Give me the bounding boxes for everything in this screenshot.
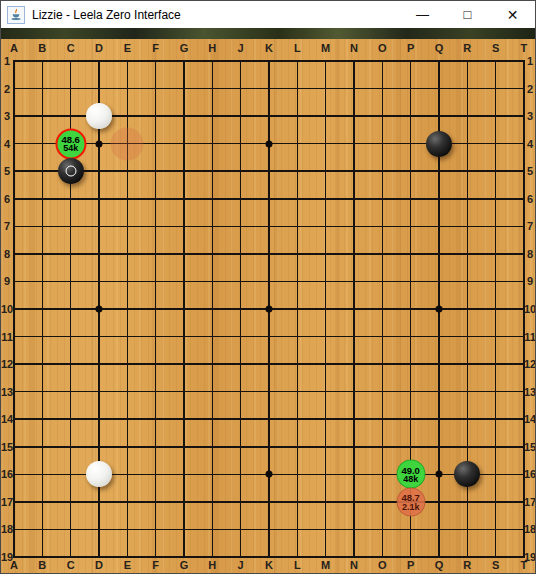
grid-line (495, 60, 497, 558)
coordinate-label: 15 (524, 441, 536, 453)
black-stone (58, 158, 84, 184)
coordinate-label: O (378, 559, 387, 571)
black-stone (454, 461, 480, 487)
java-coffee-cup-icon (7, 6, 25, 24)
coordinate-label: 10 (1, 303, 13, 315)
minimize-button[interactable]: — (400, 1, 445, 28)
coordinate-label: G (180, 559, 189, 571)
coordinate-label: 6 (4, 193, 10, 205)
coordinate-label: 13 (524, 386, 536, 398)
coordinate-label: N (350, 42, 358, 54)
coordinate-label: 7 (4, 220, 10, 232)
suggestion-E4[interactable] (111, 127, 144, 160)
star-point (435, 306, 442, 313)
grid-line (297, 60, 299, 558)
coordinate-label: 1 (527, 55, 533, 67)
suggestion-C4[interactable]: 48.654k (55, 128, 86, 159)
coordinate-label: 2 (527, 83, 533, 95)
coordinate-label: 6 (527, 193, 533, 205)
coordinate-label: 13 (1, 386, 13, 398)
coordinate-label: C (67, 42, 75, 54)
coordinate-label: 17 (1, 496, 13, 508)
window-title: Lizzie - Leela Zero Interface (32, 8, 181, 22)
coordinate-label: S (492, 42, 499, 54)
coordinate-label: 14 (1, 413, 13, 425)
coordinate-label: B (38, 559, 46, 571)
white-stone (86, 461, 112, 487)
coordinate-label: 11 (524, 331, 536, 343)
lizzie-window: Lizzie - Leela Zero Interface — □ ✕ AABB… (0, 0, 536, 574)
coordinate-label: J (238, 559, 244, 571)
suggestion-visits: 2.1k (402, 502, 420, 511)
coordinate-label: 18 (524, 523, 536, 535)
coordinate-label: F (152, 42, 159, 54)
grid-line (13, 336, 524, 338)
go-board[interactable]: AABBCCDDEEFFGGHHJJKKLLMMNNOOPPQQRRSSTT11… (1, 39, 536, 574)
star-point (265, 306, 272, 313)
coordinate-label: E (124, 559, 131, 571)
coordinate-label: Q (435, 559, 444, 571)
grid-line (13, 446, 524, 448)
coordinate-label: 12 (1, 358, 13, 370)
suggestion-visits: 54k (63, 144, 78, 153)
coordinate-label: 11 (1, 331, 13, 343)
coordinate-label: S (492, 559, 499, 571)
coordinate-label: B (38, 42, 46, 54)
suggestion-P17[interactable]: 48.72.1k (396, 487, 425, 516)
grid-line (382, 60, 384, 558)
coordinate-label: 18 (1, 523, 13, 535)
coordinate-label: 4 (4, 138, 10, 150)
coordinate-label: L (294, 559, 301, 571)
grid-line (353, 60, 355, 558)
coordinate-label: 8 (4, 248, 10, 260)
grid-line (13, 501, 524, 503)
star-point (435, 471, 442, 478)
coordinate-label: C (67, 559, 75, 571)
coordinate-label: 7 (527, 220, 533, 232)
close-button[interactable]: ✕ (490, 1, 535, 28)
background-strip (1, 28, 535, 39)
coordinate-label: P (407, 559, 414, 571)
grid-line (325, 60, 327, 558)
grid-line (13, 391, 524, 393)
coordinate-label: M (321, 559, 330, 571)
coordinate-label: L (294, 42, 301, 54)
coordinate-label: 2 (4, 83, 10, 95)
coordinate-label: R (463, 559, 471, 571)
white-stone (86, 103, 112, 129)
suggestion-P16[interactable]: 49.048k (396, 460, 425, 489)
coordinate-label: F (152, 559, 159, 571)
grid-line (13, 556, 524, 558)
coordinate-label: 12 (524, 358, 536, 370)
coordinate-label: M (321, 42, 330, 54)
star-point (265, 140, 272, 147)
maximize-button[interactable]: □ (445, 1, 490, 28)
coordinate-label: 19 (1, 551, 13, 563)
grid-line (13, 529, 524, 531)
coordinate-label: 15 (1, 441, 13, 453)
grid-line (13, 363, 524, 365)
coordinate-label: 14 (524, 413, 536, 425)
coordinate-label: 10 (524, 303, 536, 315)
coordinate-label: H (208, 42, 216, 54)
coordinate-label: 3 (4, 110, 10, 122)
coordinate-label: 16 (1, 468, 13, 480)
coordinate-label: 4 (527, 138, 533, 150)
coordinate-label: T (521, 42, 528, 54)
coordinate-label: G (180, 42, 189, 54)
coordinate-label: 19 (524, 551, 536, 563)
coordinate-label: 5 (4, 165, 10, 177)
coordinate-label: 5 (527, 165, 533, 177)
coordinate-label: 9 (4, 275, 10, 287)
coordinate-label: A (10, 42, 18, 54)
coordinate-label: 17 (524, 496, 536, 508)
coordinate-label: 9 (527, 275, 533, 287)
star-point (95, 306, 102, 313)
grid-line (13, 418, 524, 420)
black-stone (426, 131, 452, 157)
coordinate-label: N (350, 559, 358, 571)
last-move-marker (65, 166, 76, 177)
coordinate-label: 3 (527, 110, 533, 122)
coordinate-label: 8 (527, 248, 533, 260)
suggestion-visits: 48k (403, 475, 418, 484)
coordinate-label: Q (435, 42, 444, 54)
coordinate-label: J (238, 42, 244, 54)
coordinate-label: O (378, 42, 387, 54)
star-point (95, 140, 102, 147)
coordinate-label: D (95, 42, 103, 54)
coordinate-label: 16 (524, 468, 536, 480)
coordinate-label: P (407, 42, 414, 54)
coordinate-label: R (463, 42, 471, 54)
coordinate-label: 1 (4, 55, 10, 67)
titlebar[interactable]: Lizzie - Leela Zero Interface — □ ✕ (1, 1, 535, 28)
coordinate-label: D (95, 559, 103, 571)
coordinate-label: H (208, 559, 216, 571)
coordinate-label: K (265, 42, 273, 54)
star-point (265, 471, 272, 478)
coordinate-label: E (124, 42, 131, 54)
coordinate-label: K (265, 559, 273, 571)
window-controls: — □ ✕ (400, 1, 535, 28)
